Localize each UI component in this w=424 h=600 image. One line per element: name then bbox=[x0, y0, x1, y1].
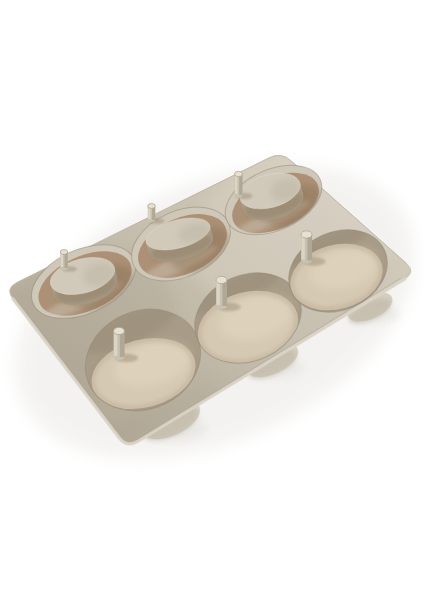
wick-pin-top bbox=[235, 171, 243, 176]
wick-pin-top bbox=[114, 327, 125, 334]
wick-pin-top bbox=[60, 250, 68, 255]
wick-pin-top bbox=[301, 231, 312, 238]
silicone-mold-illustration bbox=[0, 0, 424, 600]
product-photo bbox=[0, 0, 424, 600]
wick-pin-top bbox=[216, 276, 227, 283]
wick-pin-top bbox=[148, 204, 156, 209]
